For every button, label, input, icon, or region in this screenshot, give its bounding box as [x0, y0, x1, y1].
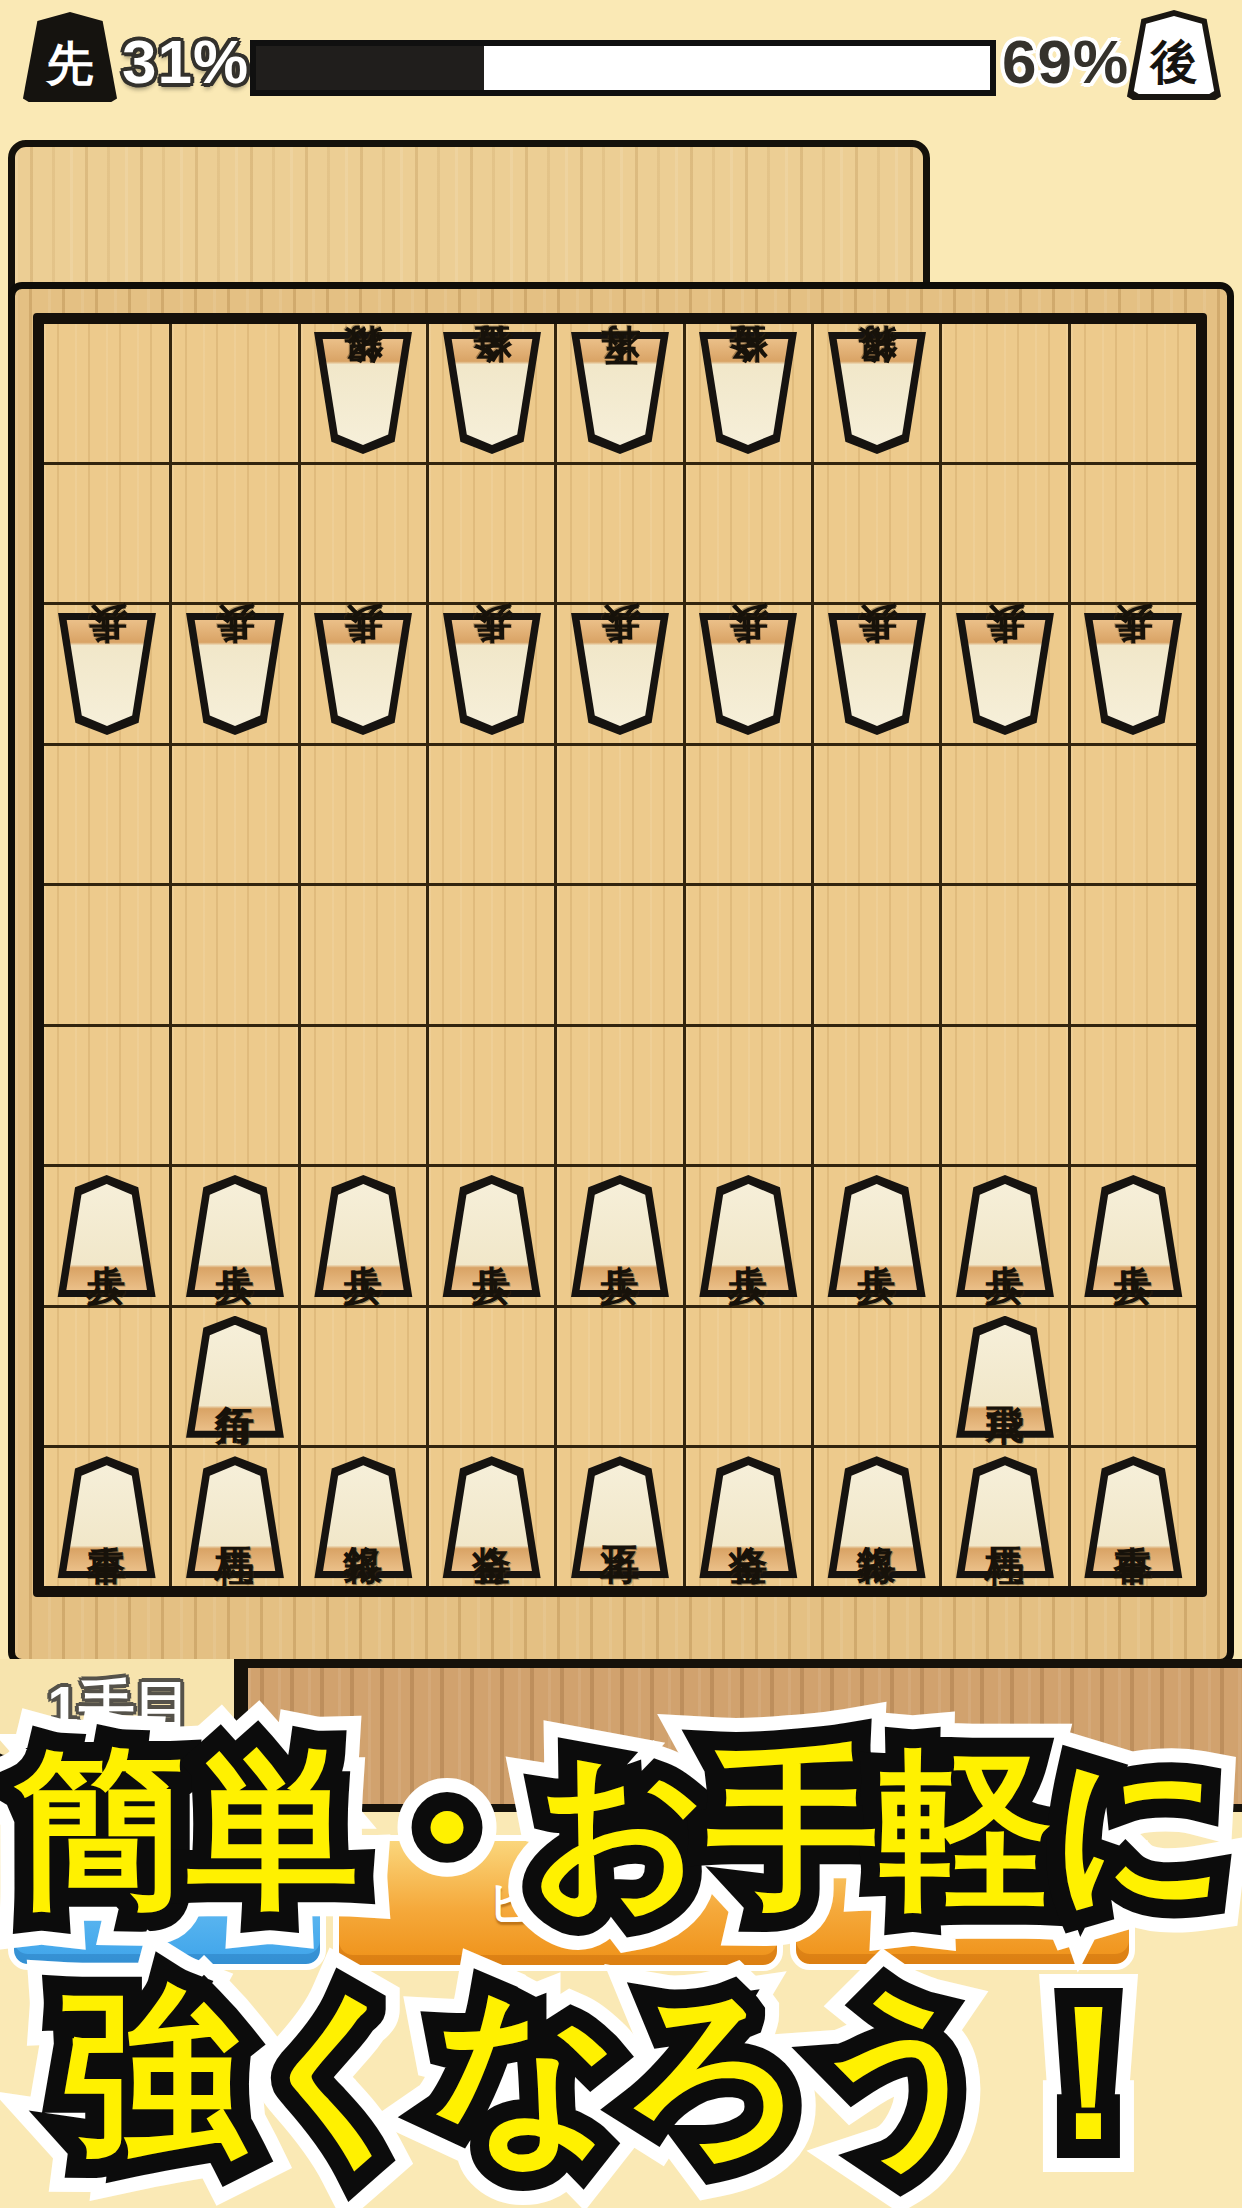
- cell-31[interactable]: 銀将: [814, 324, 939, 462]
- cell-28[interactable]: 飛車: [942, 1308, 1067, 1446]
- sente-win-percentage: 31%: [122, 26, 249, 97]
- koma-kanji: 歩兵: [826, 1183, 928, 1285]
- cell-41[interactable]: 金将: [686, 324, 811, 462]
- koma-kanji: 歩兵: [441, 625, 543, 727]
- cell-46[interactable]: [686, 1027, 811, 1165]
- koma-kanji: 歩兵: [56, 1183, 158, 1285]
- koma-sente[interactable]: 歩兵: [184, 1175, 286, 1297]
- sente-badge-label: 先: [22, 12, 118, 102]
- cell-44[interactable]: [686, 746, 811, 884]
- cell-24[interactable]: [942, 746, 1067, 884]
- cell-54[interactable]: [557, 746, 682, 884]
- koma-kanji: 銀将: [826, 1464, 928, 1566]
- koma-gote[interactable]: 玉将: [569, 332, 671, 454]
- win-rate-bar: [250, 40, 996, 96]
- cell-48[interactable]: [686, 1308, 811, 1446]
- cell-86[interactable]: [172, 1027, 297, 1165]
- cell-33[interactable]: 歩兵: [814, 605, 939, 743]
- cell-95[interactable]: [44, 886, 169, 1024]
- cell-84[interactable]: [172, 746, 297, 884]
- promo-text-line2: 強くなろう！ 強くなろう！ 強くなろう！: [0, 1948, 1242, 2196]
- koma-sente[interactable]: 歩兵: [56, 1175, 158, 1297]
- cell-76[interactable]: [301, 1027, 426, 1165]
- koma-sente[interactable]: 香車: [56, 1456, 158, 1578]
- promo-line2-fill: 強くなろう！: [60, 1948, 1181, 2196]
- koma-kanji: 歩兵: [312, 625, 414, 727]
- status-bar: 先 31% 69% 後: [0, 0, 1242, 135]
- cell-23[interactable]: 歩兵: [942, 605, 1067, 743]
- koma-kanji: 歩兵: [569, 625, 671, 727]
- cell-92[interactable]: [44, 465, 169, 603]
- promo-line2-white-outline: 強くなろう！: [60, 1948, 1181, 2196]
- koma-gote[interactable]: 銀将: [312, 332, 414, 454]
- cell-18[interactable]: [1071, 1308, 1196, 1446]
- cell-35[interactable]: [814, 886, 939, 1024]
- koma-sente[interactable]: 桂馬: [184, 1456, 286, 1578]
- koma-gote[interactable]: 銀将: [826, 332, 928, 454]
- win-rate-bar-fill: [256, 46, 484, 90]
- cell-85[interactable]: [172, 886, 297, 1024]
- koma-kanji: 桂馬: [954, 1464, 1056, 1566]
- gote-piece-icon: 後: [1126, 10, 1222, 100]
- koma-kanji: 金将: [697, 1464, 799, 1566]
- cell-65[interactable]: [429, 886, 554, 1024]
- koma-sente[interactable]: 歩兵: [697, 1175, 799, 1297]
- cell-98[interactable]: [44, 1308, 169, 1446]
- cell-87[interactable]: 歩兵: [172, 1167, 297, 1305]
- koma-sente[interactable]: 歩兵: [312, 1175, 414, 1297]
- koma-gote[interactable]: 歩兵: [56, 613, 158, 735]
- cell-16[interactable]: [1071, 1027, 1196, 1165]
- shogi-app-screen: { "header": { "sente_label": "先", "sente…: [0, 0, 1242, 2208]
- koma-sente[interactable]: 歩兵: [826, 1175, 928, 1297]
- cell-94[interactable]: [44, 746, 169, 884]
- cell-53[interactable]: 歩兵: [557, 605, 682, 743]
- board-grid-frame: 銀将金将玉将金将銀将歩兵歩兵歩兵歩兵歩兵歩兵歩兵歩兵歩兵歩兵歩兵歩兵歩兵歩兵歩兵…: [33, 313, 1207, 1597]
- right-action-button[interactable]: [790, 1838, 1135, 1970]
- cell-49[interactable]: 金将: [686, 1448, 811, 1586]
- cell-37[interactable]: 歩兵: [814, 1167, 939, 1305]
- koma-kanji: 歩兵: [441, 1183, 543, 1285]
- cell-83[interactable]: 歩兵: [172, 605, 297, 743]
- cell-47[interactable]: 歩兵: [686, 1167, 811, 1305]
- koma-sente[interactable]: 桂馬: [954, 1456, 1056, 1578]
- cell-29[interactable]: 桂馬: [942, 1448, 1067, 1586]
- shogi-grid: 銀将金将玉将金将銀将歩兵歩兵歩兵歩兵歩兵歩兵歩兵歩兵歩兵歩兵歩兵歩兵歩兵歩兵歩兵…: [44, 324, 1196, 1586]
- koma-sente[interactable]: 銀将: [312, 1456, 414, 1578]
- undo-button[interactable]: [8, 1838, 326, 1970]
- koma-kanji: 歩兵: [954, 1183, 1056, 1285]
- koma-gote[interactable]: 歩兵: [954, 613, 1056, 735]
- koma-kanji: 金将: [441, 1464, 543, 1566]
- cell-68[interactable]: [429, 1308, 554, 1446]
- koma-kanji: 香車: [1082, 1464, 1184, 1566]
- koma-gote[interactable]: 歩兵: [697, 613, 799, 735]
- koma-kanji: 歩兵: [1082, 1183, 1184, 1285]
- cell-58[interactable]: [557, 1308, 682, 1446]
- cell-13[interactable]: 歩兵: [1071, 605, 1196, 743]
- promo-line2-black-outline: 強くなろう！: [60, 1948, 1181, 2196]
- cell-27[interactable]: 歩兵: [942, 1167, 1067, 1305]
- koma-gote[interactable]: 歩兵: [312, 613, 414, 735]
- koma-sente[interactable]: 歩兵: [569, 1175, 671, 1297]
- koma-sente[interactable]: 王将: [569, 1456, 671, 1578]
- koma-kanji: 歩兵: [312, 1183, 414, 1285]
- koma-gote[interactable]: 金将: [697, 332, 799, 454]
- cell-64[interactable]: [429, 746, 554, 884]
- cell-91[interactable]: [44, 324, 169, 462]
- koma-kanji: 歩兵: [1082, 625, 1184, 727]
- cell-39[interactable]: 銀将: [814, 1448, 939, 1586]
- koma-gote[interactable]: 金将: [441, 332, 543, 454]
- koma-kanji: 桂馬: [184, 1464, 286, 1566]
- koma-sente[interactable]: 歩兵: [441, 1175, 543, 1297]
- cell-82[interactable]: [172, 465, 297, 603]
- koma-sente[interactable]: 飛車: [954, 1316, 1056, 1438]
- cell-22[interactable]: [942, 465, 1067, 603]
- koma-kanji: 歩兵: [184, 625, 286, 727]
- koma-sente[interactable]: 金将: [697, 1456, 799, 1578]
- cell-51[interactable]: 玉将: [557, 324, 682, 462]
- gote-badge-label: 後: [1126, 10, 1222, 100]
- cell-43[interactable]: 歩兵: [686, 605, 811, 743]
- cell-42[interactable]: [686, 465, 811, 603]
- cell-57[interactable]: 歩兵: [557, 1167, 682, 1305]
- koma-kanji: 香車: [56, 1464, 158, 1566]
- cell-71[interactable]: 銀将: [301, 324, 426, 462]
- cell-75[interactable]: [301, 886, 426, 1024]
- gote-win-percentage: 69%: [1002, 26, 1129, 97]
- cell-93[interactable]: 歩兵: [44, 605, 169, 743]
- cell-74[interactable]: [301, 746, 426, 884]
- hint-button[interactable]: ヒント: [333, 1835, 783, 1971]
- koma-kanji: 歩兵: [954, 625, 1056, 727]
- koma-gote[interactable]: 歩兵: [569, 613, 671, 735]
- cell-17[interactable]: 歩兵: [1071, 1167, 1196, 1305]
- koma-kanji: 歩兵: [184, 1183, 286, 1285]
- cell-66[interactable]: [429, 1027, 554, 1165]
- cell-96[interactable]: [44, 1027, 169, 1165]
- cell-32[interactable]: [814, 465, 939, 603]
- koma-sente[interactable]: 銀将: [826, 1456, 928, 1578]
- sente-piece-icon: 先: [22, 12, 118, 102]
- koma-kanji: 歩兵: [569, 1183, 671, 1285]
- koma-kanji: 金将: [697, 344, 799, 446]
- cell-56[interactable]: [557, 1027, 682, 1165]
- cell-45[interactable]: [686, 886, 811, 1024]
- koma-sente[interactable]: 角行: [184, 1316, 286, 1438]
- cell-89[interactable]: 桂馬: [172, 1448, 297, 1586]
- cell-69[interactable]: 金将: [429, 1448, 554, 1586]
- koma-gote[interactable]: 歩兵: [184, 613, 286, 735]
- koma-kanji: 歩兵: [697, 1183, 799, 1285]
- cell-63[interactable]: 歩兵: [429, 605, 554, 743]
- koma-sente[interactable]: 歩兵: [954, 1175, 1056, 1297]
- cell-79[interactable]: 銀将: [301, 1448, 426, 1586]
- hint-button-label: ヒント: [487, 1872, 628, 1934]
- cell-61[interactable]: 金将: [429, 324, 554, 462]
- cell-97[interactable]: 歩兵: [44, 1167, 169, 1305]
- cell-52[interactable]: [557, 465, 682, 603]
- shogi-board: 銀将金将玉将金将銀将歩兵歩兵歩兵歩兵歩兵歩兵歩兵歩兵歩兵歩兵歩兵歩兵歩兵歩兵歩兵…: [8, 282, 1234, 1666]
- koma-sente[interactable]: 金将: [441, 1456, 543, 1578]
- cell-99[interactable]: 香車: [44, 1448, 169, 1586]
- cell-55[interactable]: [557, 886, 682, 1024]
- cell-21[interactable]: [942, 324, 1067, 462]
- cell-36[interactable]: [814, 1027, 939, 1165]
- koma-kanji: 飛車: [954, 1324, 1056, 1426]
- koma-kanji: 金将: [441, 344, 543, 446]
- cell-72[interactable]: [301, 465, 426, 603]
- cell-77[interactable]: 歩兵: [301, 1167, 426, 1305]
- koma-gote[interactable]: 歩兵: [826, 613, 928, 735]
- koma-gote[interactable]: 歩兵: [441, 613, 543, 735]
- cell-14[interactable]: [1071, 746, 1196, 884]
- koma-kanji: 銀将: [826, 344, 928, 446]
- cell-38[interactable]: [814, 1308, 939, 1446]
- cell-62[interactable]: [429, 465, 554, 603]
- cell-15[interactable]: [1071, 886, 1196, 1024]
- cell-88[interactable]: 角行: [172, 1308, 297, 1446]
- cell-26[interactable]: [942, 1027, 1067, 1165]
- koma-sente[interactable]: 歩兵: [1082, 1175, 1184, 1297]
- koma-kanji: 歩兵: [826, 625, 928, 727]
- cell-12[interactable]: [1071, 465, 1196, 603]
- cell-73[interactable]: 歩兵: [301, 605, 426, 743]
- cell-78[interactable]: [301, 1308, 426, 1446]
- bottom-control-panel: [240, 1659, 1242, 1812]
- cell-19[interactable]: 香車: [1071, 1448, 1196, 1586]
- koma-kanji: 銀将: [312, 344, 414, 446]
- cell-67[interactable]: 歩兵: [429, 1167, 554, 1305]
- koma-sente[interactable]: 香車: [1082, 1456, 1184, 1578]
- koma-kanji: 銀将: [312, 1464, 414, 1566]
- koma-kanji: 歩兵: [697, 625, 799, 727]
- koma-kanji: 歩兵: [56, 625, 158, 727]
- koma-gote[interactable]: 歩兵: [1082, 613, 1184, 735]
- move-counter-label: 1手目: [37, 1669, 190, 1745]
- move-counter-tab: 1手目: [0, 1659, 242, 1763]
- koma-kanji: 王将: [569, 1464, 671, 1566]
- cell-59[interactable]: 王将: [557, 1448, 682, 1586]
- cell-81[interactable]: [172, 324, 297, 462]
- koma-kanji: 玉将: [569, 344, 671, 446]
- cell-34[interactable]: [814, 746, 939, 884]
- koma-kanji: 角行: [184, 1324, 286, 1426]
- cell-11[interactable]: [1071, 324, 1196, 462]
- cell-25[interactable]: [942, 886, 1067, 1024]
